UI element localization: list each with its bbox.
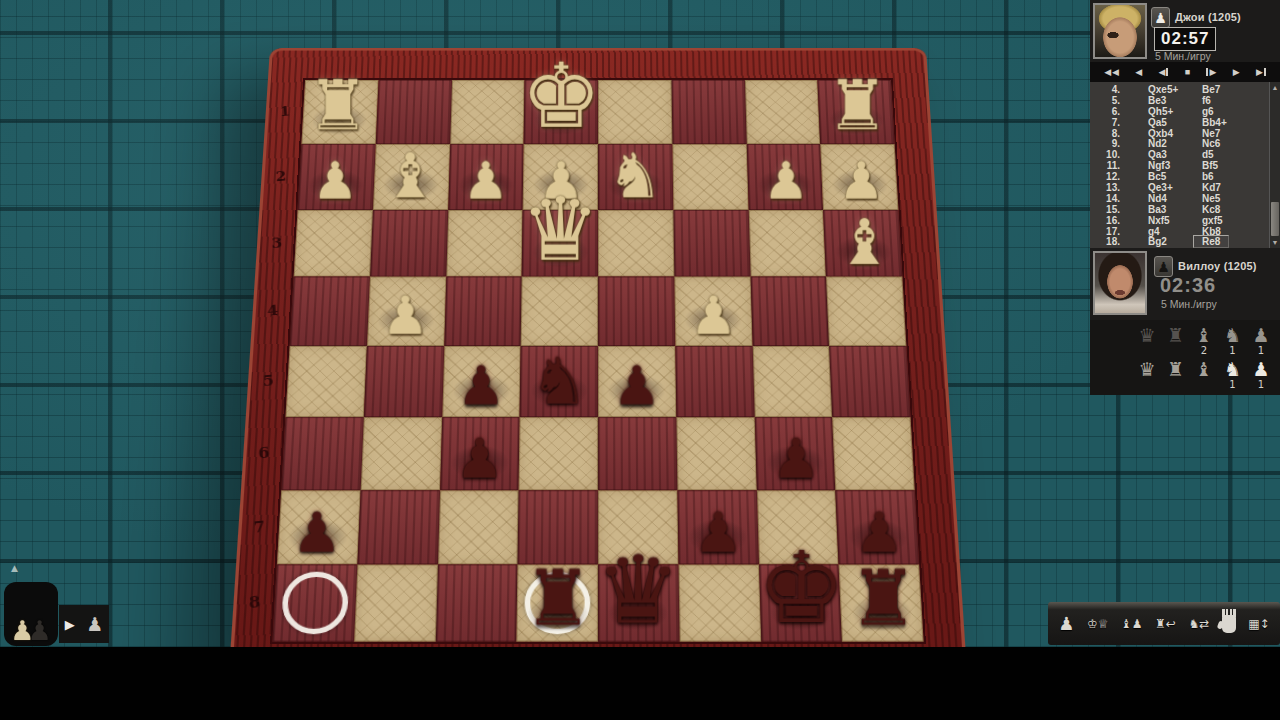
piece-white-rook-h1[interactable]: ♜ xyxy=(308,71,370,140)
black-move[interactable]: Bb4+ xyxy=(1192,117,1268,128)
square-e5[interactable]: ♞ xyxy=(520,346,598,417)
black-move[interactable]: Re8 xyxy=(1192,235,1268,248)
square-e7[interactable] xyxy=(518,490,598,565)
square-a2[interactable]: ♟ xyxy=(820,144,898,210)
undo-move-button[interactable]: ♜↩ xyxy=(1155,618,1176,630)
move-number: 6. xyxy=(1090,106,1120,117)
square-b4[interactable] xyxy=(750,277,829,346)
move-row-7: 7.Qa5Bb4+ xyxy=(1090,117,1268,128)
move-row-9: 9.Nd2Nc6 xyxy=(1090,138,1268,149)
move-number: 18. xyxy=(1090,236,1120,247)
move-list-scrollbar[interactable]: ▲ ▼ xyxy=(1269,82,1280,248)
clock-white: 02:57 xyxy=(1154,27,1216,51)
piece-white-queen-e3[interactable]: ♛ xyxy=(521,185,600,273)
piece-white-pawn-c4[interactable]: ♟ xyxy=(690,289,737,342)
stop-button[interactable]: ■ xyxy=(1185,67,1190,77)
skip-to-end-icon: ▶ xyxy=(1256,67,1263,77)
rank-label-1: 1 xyxy=(270,79,300,145)
step-back-icon: ◀ xyxy=(1159,67,1166,77)
piece-black-pawn-f6[interactable]: ♟ xyxy=(455,431,504,485)
move-number: 8. xyxy=(1090,128,1120,139)
piece-black-rook-a8[interactable]: ♜ xyxy=(849,561,917,637)
captured-pawn-icon: ♟1 xyxy=(1248,326,1274,356)
letterbox-bar xyxy=(0,647,1280,720)
square-c5[interactable] xyxy=(675,346,754,417)
square-a6[interactable] xyxy=(832,417,914,490)
captured-queen-icon: ♛ xyxy=(1134,360,1160,390)
black-move[interactable]: Ne7 xyxy=(1192,128,1268,139)
rank-label-2: 2 xyxy=(266,143,296,211)
white-move[interactable]: Qa5 xyxy=(1120,117,1192,128)
square-h5[interactable] xyxy=(285,346,366,417)
move-row-6: 6.Qh5+g6 xyxy=(1090,106,1268,117)
back-button[interactable]: ◀ xyxy=(1135,67,1142,77)
move-number: 14. xyxy=(1090,193,1120,204)
black-move[interactable]: f6 xyxy=(1192,95,1268,106)
side-to-move-panel[interactable]: ▶ ♟ xyxy=(59,605,109,643)
white-move[interactable]: Nd2 xyxy=(1120,138,1192,149)
white-move[interactable]: Qe3+ xyxy=(1120,182,1192,193)
board-rim: 12345678 HGFEDCBA ♜♚♜♟♝♟♟♞♟♟♛♝♟♟♟♞♟♟♟♟♟♟… xyxy=(228,48,967,647)
square-g5[interactable] xyxy=(364,346,444,417)
piece-white-pawn-b2[interactable]: ♟ xyxy=(763,154,809,206)
piece-black-pawn-h7[interactable]: ♟ xyxy=(293,505,342,560)
square-f5[interactable]: ♟ xyxy=(442,346,521,417)
skip-to-end-icon xyxy=(1264,68,1266,76)
white-move[interactable]: Bc5 xyxy=(1120,171,1192,182)
square-a4[interactable] xyxy=(826,277,906,346)
square-e6[interactable] xyxy=(519,417,598,490)
player-name-black: Виллоу (1205) xyxy=(1178,260,1257,272)
setup-pieces-button[interactable]: ♝♟ xyxy=(1121,618,1143,630)
square-b5[interactable] xyxy=(752,346,832,417)
skip-to-start-button[interactable]: ◀◀ xyxy=(1104,67,1119,77)
square-c2[interactable] xyxy=(672,144,748,210)
move-number: 11. xyxy=(1090,160,1120,171)
move-row-12: 12.Bc5b6 xyxy=(1090,171,1268,182)
stop-icon: ■ xyxy=(1185,67,1190,77)
move-row-5: 5.Be3f6 xyxy=(1090,95,1268,106)
play-icon: ▶ xyxy=(65,617,75,632)
captured-count: 1 xyxy=(1220,380,1246,390)
square-g3[interactable] xyxy=(370,209,448,276)
square-f3[interactable] xyxy=(446,209,523,276)
player-panel-black: ♟ Виллоу (1205) 02:36 5 Мин./игру xyxy=(1090,248,1280,320)
piece-white-rook-a1[interactable]: ♜ xyxy=(826,71,888,140)
square-e3[interactable]: ♛ xyxy=(522,209,598,276)
flip-board-button[interactable]: ▦↕ xyxy=(1248,618,1269,630)
square-f4[interactable] xyxy=(444,277,522,346)
avatar-black xyxy=(1093,251,1147,315)
captured-black-pieces: ♛♜♝2♞1♟1 xyxy=(1134,326,1274,356)
rank-label-7: 7 xyxy=(243,489,275,566)
piece-black-pawn-b6[interactable]: ♟ xyxy=(771,431,820,485)
move-rows: 4.Qxe5+Be75.Be3f66.Qh5+g67.Qa5Bb4+8.Qxb4… xyxy=(1090,84,1268,247)
piece-white-knight-d2[interactable]: ♞ xyxy=(608,144,663,206)
square-d1[interactable] xyxy=(598,80,672,144)
hint-moves-button[interactable]: ♞⇄ xyxy=(1188,618,1209,630)
square-c7[interactable]: ♟ xyxy=(677,490,758,565)
square-h3[interactable] xyxy=(294,209,373,276)
skip-to-start-icon: ◀ xyxy=(1104,67,1111,77)
black-move[interactable]: Be7 xyxy=(1192,84,1268,95)
chess-board[interactable]: ♜♚♜♟♝♟♟♞♟♟♛♝♟♟♟♞♟♟♟♟♟♟♜♛♚♜ xyxy=(272,80,923,642)
white-side-icon: ♟ xyxy=(1151,7,1170,28)
square-f8[interactable] xyxy=(435,565,518,642)
square-f1[interactable] xyxy=(450,80,525,144)
move-number: 16. xyxy=(1090,215,1120,226)
step-back-button[interactable]: ◀ xyxy=(1159,67,1169,77)
step-forward-icon: ▶ xyxy=(1209,67,1216,77)
white-move[interactable]: Qxe5+ xyxy=(1120,84,1192,95)
white-move[interactable]: Ba3 xyxy=(1120,204,1192,215)
move-row-15: 15.Ba3Kc8 xyxy=(1090,204,1268,215)
piece-white-king-e1[interactable]: ♚ xyxy=(521,51,601,141)
square-b6[interactable]: ♟ xyxy=(754,417,835,490)
move-list: 4.Qxe5+Be75.Be3f66.Qh5+g67.Qa5Bb4+8.Qxb4… xyxy=(1090,82,1280,248)
avatar-white xyxy=(1093,3,1147,59)
game-scene: 12345678 HGFEDCBA ♜♚♜♟♝♟♟♞♟♟♛♝♟♟♟♞♟♟♟♟♟♟… xyxy=(0,0,1280,647)
captured-queen-icon: ♛ xyxy=(1134,326,1160,356)
chess-board-3d: 12345678 HGFEDCBA ♜♚♜♟♝♟♟♞♟♟♛♝♟♟♟♞♟♟♟♟♟♟… xyxy=(228,48,967,647)
time-control-white: 5 Мин./игру xyxy=(1155,50,1211,62)
last-move-highlight-h8 xyxy=(280,572,350,635)
white-move[interactable]: Ngf3 xyxy=(1120,160,1192,171)
square-a3[interactable]: ♝ xyxy=(823,209,902,276)
square-b1[interactable] xyxy=(744,80,820,144)
back-icon: ◀ xyxy=(1135,67,1142,77)
collapse-arrow-icon[interactable]: ▲ xyxy=(11,563,18,573)
move-number: 4. xyxy=(1090,84,1120,95)
move-number: 13. xyxy=(1090,182,1120,193)
game-toolbar: ♟♔♕♝♟♜↩♞⇄▦↕ xyxy=(1048,602,1280,645)
square-h4[interactable] xyxy=(290,277,370,346)
clock-black: 02:36 xyxy=(1160,274,1216,297)
pawn-button[interactable]: ♟ xyxy=(1058,615,1074,633)
white-move[interactable]: Bg2 xyxy=(1120,236,1192,247)
move-row-4: 4.Qxe5+Be7 xyxy=(1090,84,1268,95)
rank-label-4: 4 xyxy=(257,276,288,347)
step-back-icon xyxy=(1166,68,1168,76)
piece-white-pawn-g4[interactable]: ♟ xyxy=(382,289,429,342)
captured-count: 1 xyxy=(1220,346,1246,356)
captured-white-pieces: ♛♜♝♞1♟1 xyxy=(1134,360,1274,390)
captured-count: 1 xyxy=(1248,380,1274,390)
piece-white-bishop-a3[interactable]: ♝ xyxy=(836,210,892,273)
square-f7[interactable] xyxy=(437,490,518,565)
square-c4[interactable]: ♟ xyxy=(674,277,752,346)
rank-label-5: 5 xyxy=(253,345,284,418)
scrollbar-thumb[interactable] xyxy=(1271,202,1279,236)
hand-icon xyxy=(1222,615,1236,633)
captured-count: 1 xyxy=(1248,346,1274,356)
move-number: 10. xyxy=(1090,149,1120,160)
piece-black-queen-d8[interactable]: ♛ xyxy=(597,543,681,637)
forward-icon: ▶ xyxy=(1233,67,1240,77)
piece-black-pawn-d5[interactable]: ♟ xyxy=(613,359,661,413)
piece-black-king-b8[interactable]: ♚ xyxy=(757,539,845,637)
piece-white-bishop-g2[interactable]: ♝ xyxy=(383,144,438,206)
square-g7[interactable] xyxy=(357,490,439,565)
white-move[interactable]: g4 xyxy=(1120,226,1192,237)
hand-button[interactable] xyxy=(1222,615,1236,633)
square-b2[interactable]: ♟ xyxy=(746,144,823,210)
scroll-up-icon[interactable]: ▲ xyxy=(1270,84,1280,91)
captured-count: 2 xyxy=(1191,346,1217,356)
move-number: 9. xyxy=(1090,138,1120,149)
piece-white-pawn-f2[interactable]: ♟ xyxy=(462,154,508,206)
captured-pawn-icon: ♟1 xyxy=(1248,360,1274,390)
square-b3[interactable] xyxy=(748,209,826,276)
move-row-18: 18.Bg2Re8 xyxy=(1090,236,1268,247)
rank-label-6: 6 xyxy=(248,416,280,491)
square-a5[interactable] xyxy=(829,346,910,417)
move-number: 15. xyxy=(1090,204,1120,215)
move-number: 5. xyxy=(1090,95,1120,106)
square-c8[interactable] xyxy=(678,565,761,642)
white-move[interactable]: Be3 xyxy=(1120,95,1192,106)
piece-white-pawn-a2[interactable]: ♟ xyxy=(838,154,884,206)
square-f6[interactable]: ♟ xyxy=(440,417,520,490)
black-move[interactable]: g6 xyxy=(1192,106,1268,117)
square-d2[interactable]: ♞ xyxy=(598,144,673,210)
piece-black-pawn-a7[interactable]: ♟ xyxy=(854,505,903,560)
black-move[interactable]: Bf5 xyxy=(1192,160,1268,171)
black-move[interactable]: d5 xyxy=(1192,149,1268,160)
players-button[interactable]: ♔♕ xyxy=(1087,618,1109,630)
move-row-8: 8.Qxb4Ne7 xyxy=(1090,128,1268,139)
move-row-14: 14.Nd4Ne5 xyxy=(1090,193,1268,204)
square-h1[interactable]: ♜ xyxy=(301,80,378,144)
pieces-menu-button[interactable]: ♟♟ xyxy=(4,582,58,646)
square-c6[interactable] xyxy=(676,417,756,490)
skip-to-start-icon: ◀ xyxy=(1112,67,1119,77)
square-g6[interactable] xyxy=(360,417,441,490)
square-b8[interactable]: ♚ xyxy=(759,565,843,642)
square-h2[interactable]: ♟ xyxy=(298,144,376,210)
captured-pieces-tray: ♛♜♝2♞1♟1 ♛♜♝♞1♟1 xyxy=(1090,320,1280,395)
square-a8[interactable]: ♜ xyxy=(839,565,924,642)
move-row-11: 11.Ngf3Bf5 xyxy=(1090,160,1268,171)
black-move[interactable]: Kc8 xyxy=(1192,204,1268,215)
captured-rook-icon: ♜ xyxy=(1163,360,1189,390)
square-h6[interactable] xyxy=(281,417,363,490)
rank-label-8: 8 xyxy=(238,563,271,642)
white-move[interactable]: Qa3 xyxy=(1120,149,1192,160)
square-d5[interactable]: ♟ xyxy=(598,346,676,417)
square-e8[interactable]: ♜ xyxy=(517,565,598,642)
square-h8[interactable] xyxy=(272,565,357,642)
square-g8[interactable] xyxy=(354,565,438,642)
piece-white-pawn-h2[interactable]: ♟ xyxy=(312,154,358,206)
square-g4[interactable]: ♟ xyxy=(367,277,446,346)
scroll-down-icon[interactable]: ▼ xyxy=(1270,239,1280,246)
square-h7[interactable]: ♟ xyxy=(277,490,361,565)
captured-rook-icon: ♜ xyxy=(1163,326,1189,356)
square-e4[interactable] xyxy=(521,277,598,346)
rank-label-3: 3 xyxy=(262,208,293,277)
square-g1[interactable] xyxy=(376,80,452,144)
move-row-16: 16.Nxf5gxf5 xyxy=(1090,215,1268,226)
piece-black-pawn-c7[interactable]: ♟ xyxy=(694,505,743,560)
square-c1[interactable] xyxy=(671,80,746,144)
move-row-10: 10.Qa3d5 xyxy=(1090,149,1268,160)
piece-black-rook-e8[interactable]: ♜ xyxy=(523,561,591,637)
white-move[interactable]: Qxb4 xyxy=(1120,128,1192,139)
white-move[interactable]: Qh5+ xyxy=(1120,106,1192,117)
black-move[interactable]: gxf5 xyxy=(1192,215,1268,226)
black-pawn-icon: ♟ xyxy=(28,615,52,646)
time-control-black: 5 Мин./игру xyxy=(1161,298,1217,310)
square-f2[interactable]: ♟ xyxy=(448,144,524,210)
step-forward-button[interactable]: ▶ xyxy=(1206,67,1216,77)
black-move[interactable]: Nc6 xyxy=(1192,138,1268,149)
player-panel-white: ♟ Джои (1205) 02:57 5 Мин./игру xyxy=(1090,0,1280,62)
square-c3[interactable] xyxy=(673,209,750,276)
move-row-13: 13.Qe3+Kd7 xyxy=(1090,182,1268,193)
selected-move[interactable]: Re8 xyxy=(1193,235,1229,248)
forward-button[interactable]: ▶ xyxy=(1233,67,1240,77)
square-e1[interactable]: ♚ xyxy=(524,80,598,144)
captured-knight-icon: ♞1 xyxy=(1220,326,1246,356)
square-a7[interactable]: ♟ xyxy=(836,490,920,565)
piece-black-knight-e5[interactable]: ♞ xyxy=(530,349,588,413)
move-number: 7. xyxy=(1090,117,1120,128)
piece-black-pawn-f5[interactable]: ♟ xyxy=(457,359,505,413)
black-move[interactable]: b6 xyxy=(1192,171,1268,182)
pawn-icon: ♟ xyxy=(86,613,103,635)
square-d6[interactable] xyxy=(598,417,677,490)
captured-bishop-icon: ♝2 xyxy=(1191,326,1217,356)
square-d4[interactable] xyxy=(598,277,675,346)
square-a1[interactable]: ♜ xyxy=(818,80,895,144)
skip-to-end-button[interactable]: ▶ xyxy=(1256,67,1266,77)
player-name-white: Джои (1205) xyxy=(1175,11,1241,23)
square-g2[interactable]: ♝ xyxy=(373,144,450,210)
playback-bar: ◀◀◀◀■▶▶▶ xyxy=(1090,62,1280,82)
white-move[interactable]: Nxf5 xyxy=(1120,215,1192,226)
captured-knight-icon: ♞1 xyxy=(1220,360,1246,390)
square-d8[interactable]: ♛ xyxy=(598,565,679,642)
captured-bishop-icon: ♝ xyxy=(1191,360,1217,390)
black-move[interactable]: Kd7 xyxy=(1192,182,1268,193)
move-number: 17. xyxy=(1090,226,1120,237)
black-move[interactable]: Ne5 xyxy=(1192,193,1268,204)
white-move[interactable]: Nd4 xyxy=(1120,193,1192,204)
move-number: 12. xyxy=(1090,171,1120,182)
square-d3[interactable] xyxy=(598,209,674,276)
step-forward-icon xyxy=(1206,68,1208,76)
